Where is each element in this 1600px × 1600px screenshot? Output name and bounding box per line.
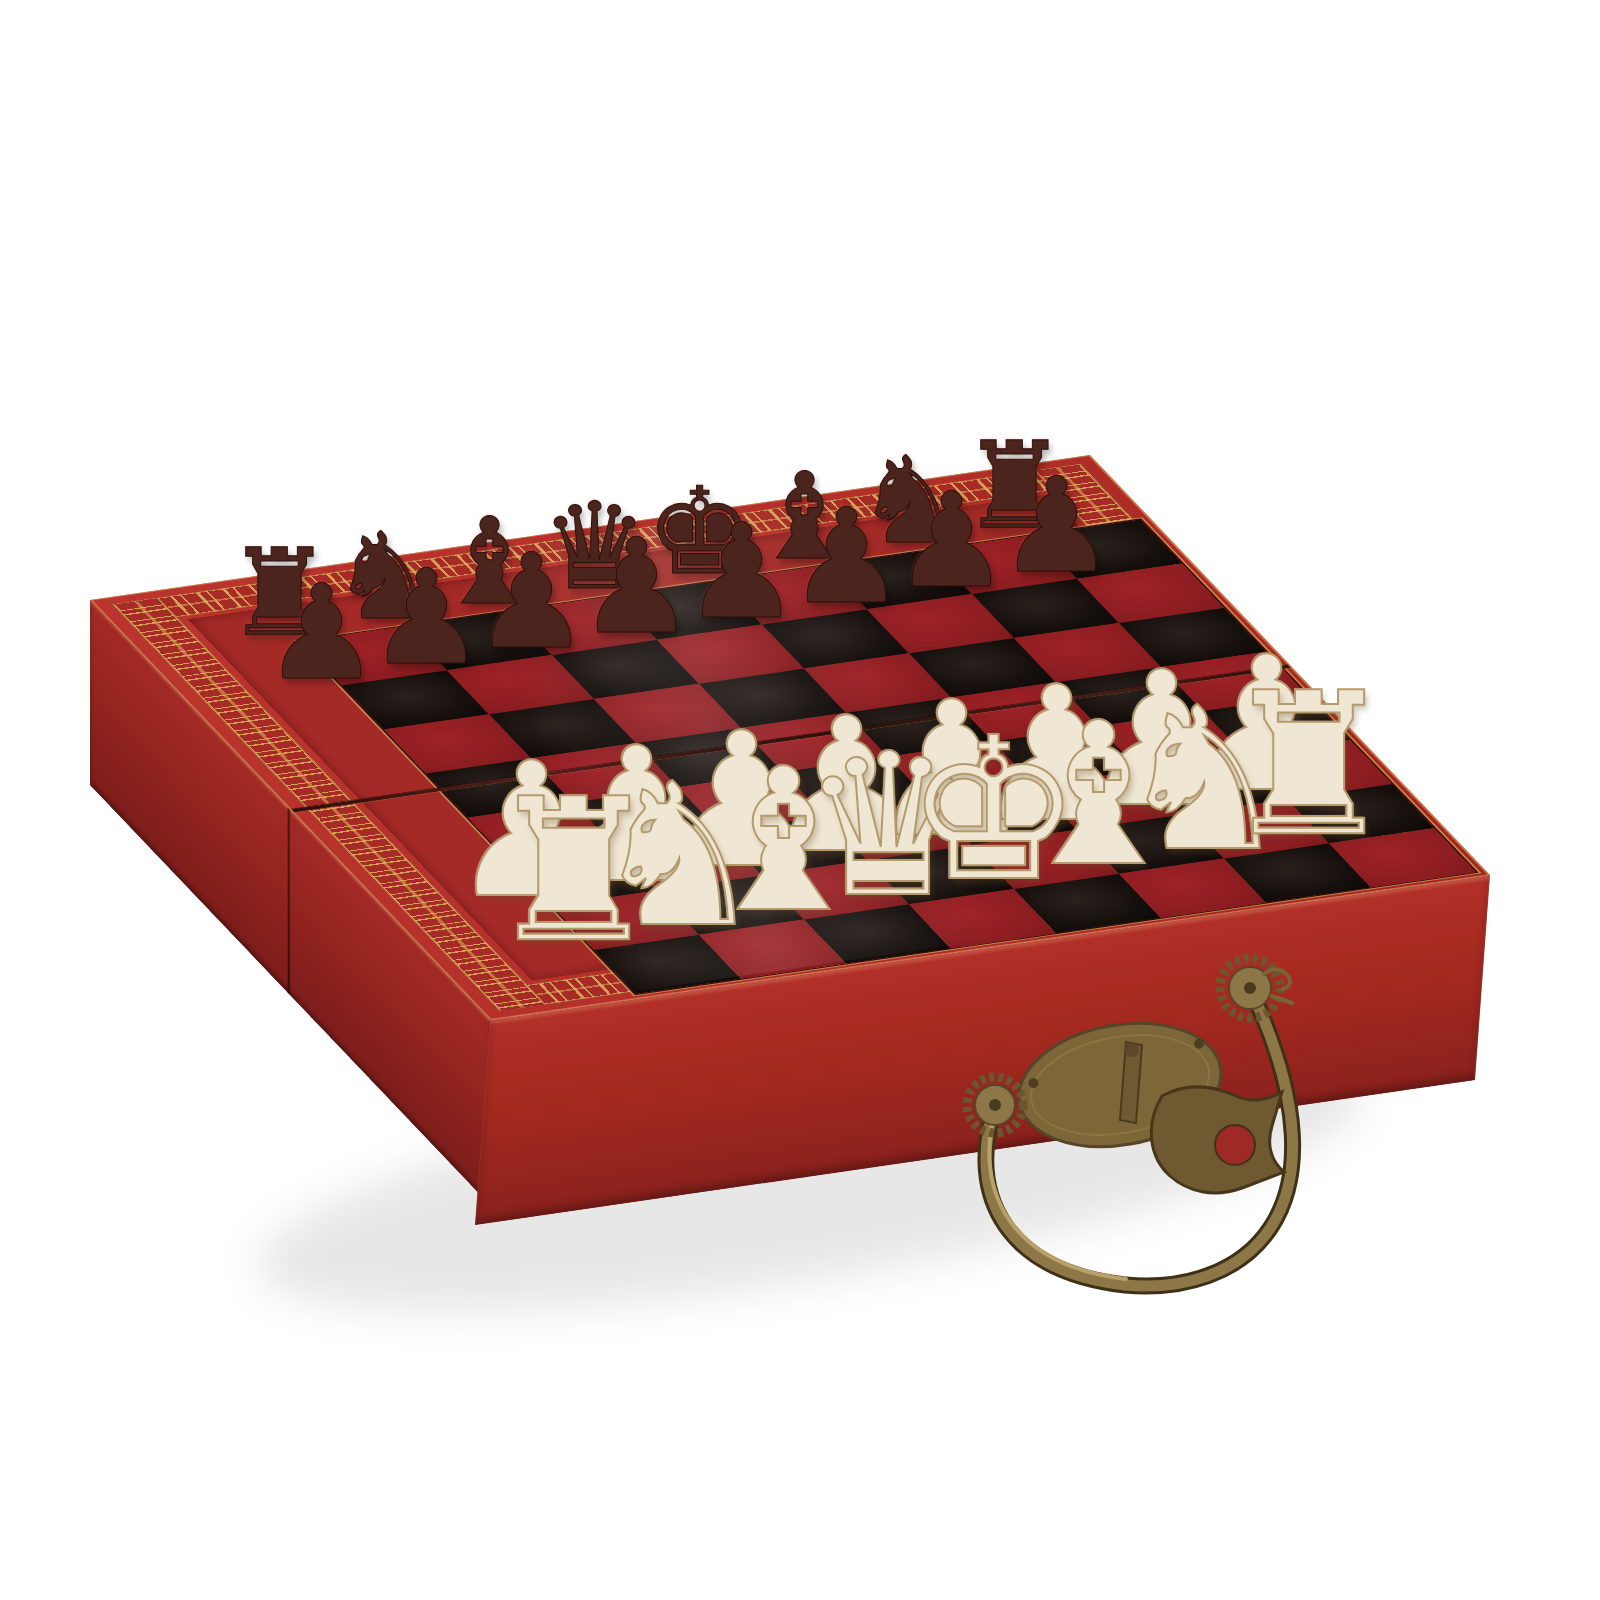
piece-black-pawn-e7[interactable]: ♟	[683, 506, 800, 637]
piece-black-pawn-a7[interactable]: ♟	[263, 567, 380, 698]
piece-black-pawn-g7[interactable]: ♟	[893, 475, 1010, 606]
box-fold-seam-left	[288, 807, 290, 995]
brass-rosette-icon	[1220, 958, 1292, 1018]
clasp[interactable]	[930, 900, 1390, 1340]
piece-black-pawn-h7[interactable]: ♟	[998, 460, 1115, 591]
piece-black-pawn-b7[interactable]: ♟	[368, 552, 485, 683]
piece-black-pawn-f7[interactable]: ♟	[788, 491, 905, 622]
piece-black-pawn-c7[interactable]: ♟	[473, 536, 590, 667]
piece-black-pawn-d7[interactable]: ♟	[578, 521, 695, 652]
brass-rosette-icon	[967, 1077, 1023, 1133]
latch-opening	[1215, 1125, 1255, 1165]
hasp-pivot	[1125, 1043, 1139, 1057]
piece-white-rook-h1[interactable]: ♜	[1220, 665, 1397, 862]
chess-set-photo: ♜♞♝♛♚♝♞♜♟♟♟♟♟♟♟♟♟♟♟♟♟♟♟♟♜♞♝♛♚♝♞♜	[0, 0, 1600, 1600]
